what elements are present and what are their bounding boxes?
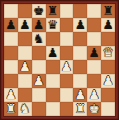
square-g3[interactable]	[87, 74, 101, 88]
black-piece-r: ♜	[47, 4, 58, 17]
square-e1[interactable]	[60, 102, 74, 116]
square-a3[interactable]	[4, 74, 18, 88]
square-c7[interactable]: ♟	[32, 18, 46, 32]
square-b5[interactable]	[18, 46, 32, 60]
square-f6[interactable]	[73, 32, 87, 46]
square-c4[interactable]	[32, 60, 46, 74]
square-b7[interactable]: ♟	[18, 18, 32, 32]
square-a1[interactable]: ♜	[4, 102, 18, 116]
square-d6[interactable]	[46, 32, 60, 46]
black-piece-p: ♟	[5, 18, 16, 31]
square-h2[interactable]	[101, 88, 115, 102]
square-a2[interactable]: ♟	[4, 88, 18, 102]
square-d7[interactable]: ♛	[46, 18, 60, 32]
white-piece-p: ♟	[75, 88, 86, 101]
square-a6[interactable]	[4, 32, 18, 46]
square-c6[interactable]: ♞	[32, 32, 46, 46]
white-piece-q: ♛	[102, 46, 113, 59]
square-e8[interactable]	[60, 4, 74, 18]
square-f3[interactable]	[73, 74, 87, 88]
square-d3[interactable]	[46, 74, 60, 88]
black-piece-p: ♟	[19, 18, 30, 31]
square-d4[interactable]	[46, 60, 60, 74]
black-piece-p: ♟	[47, 46, 58, 59]
square-a7[interactable]: ♟	[4, 18, 18, 32]
black-piece-k: ♚	[33, 4, 44, 17]
square-b8[interactable]	[18, 4, 32, 18]
square-g6[interactable]	[87, 32, 101, 46]
square-h5[interactable]: ♛	[101, 46, 115, 60]
square-e7[interactable]	[60, 18, 74, 32]
square-g7[interactable]	[87, 18, 101, 32]
square-h8[interactable]: ♜	[101, 4, 115, 18]
square-c5[interactable]	[32, 46, 46, 60]
white-piece-p: ♟	[89, 88, 100, 101]
white-piece-n: ♞	[19, 102, 30, 115]
chess-board: ♚♜♜♟♟♟♛♟♟♞♟♟♛♟♟♟♟♟♟♟♜♞♜♚	[4, 4, 115, 116]
square-a5[interactable]	[4, 46, 18, 60]
square-e5[interactable]	[60, 46, 74, 60]
square-e4[interactable]: ♟	[60, 60, 74, 74]
square-b3[interactable]	[18, 74, 32, 88]
square-g1[interactable]: ♚	[87, 102, 101, 116]
black-piece-p: ♟	[75, 18, 86, 31]
square-f8[interactable]	[73, 4, 87, 18]
square-f5[interactable]	[73, 46, 87, 60]
square-c2[interactable]	[32, 88, 46, 102]
square-e3[interactable]	[60, 74, 74, 88]
board-frame: ♚♜♜♟♟♟♛♟♟♞♟♟♛♟♟♟♟♟♟♟♜♞♜♚	[0, 0, 119, 120]
square-d8[interactable]: ♜	[46, 4, 60, 18]
white-piece-r: ♜	[5, 102, 16, 115]
black-piece-p: ♟	[102, 18, 113, 31]
square-b1[interactable]: ♞	[18, 102, 32, 116]
square-g4[interactable]	[87, 60, 101, 74]
square-f2[interactable]: ♟	[73, 88, 87, 102]
square-f4[interactable]	[73, 60, 87, 74]
square-g8[interactable]	[87, 4, 101, 18]
white-piece-p: ♟	[5, 88, 16, 101]
black-piece-q: ♛	[47, 18, 58, 31]
square-c8[interactable]: ♚	[32, 4, 46, 18]
square-g2[interactable]: ♟	[87, 88, 101, 102]
square-h6[interactable]	[101, 32, 115, 46]
square-h3[interactable]: ♟	[101, 74, 115, 88]
square-a8[interactable]	[4, 4, 18, 18]
square-f1[interactable]: ♜	[73, 102, 87, 116]
square-e2[interactable]	[60, 88, 74, 102]
black-piece-r: ♜	[102, 4, 113, 17]
square-b2[interactable]	[18, 88, 32, 102]
square-g5[interactable]: ♟	[87, 46, 101, 60]
square-d5[interactable]: ♟	[46, 46, 60, 60]
black-piece-p: ♟	[89, 46, 100, 59]
white-piece-p: ♟	[61, 60, 72, 73]
black-piece-p: ♟	[33, 18, 44, 31]
square-h4[interactable]	[101, 60, 115, 74]
white-piece-p: ♟	[19, 60, 30, 73]
square-e6[interactable]	[60, 32, 74, 46]
white-piece-r: ♜	[75, 102, 86, 115]
square-h1[interactable]	[101, 102, 115, 116]
square-d1[interactable]	[46, 102, 60, 116]
square-h7[interactable]: ♟	[101, 18, 115, 32]
white-piece-k: ♚	[89, 102, 100, 115]
square-c1[interactable]	[32, 102, 46, 116]
black-piece-n: ♞	[33, 32, 44, 45]
square-a4[interactable]	[4, 60, 18, 74]
white-piece-p: ♟	[102, 74, 113, 87]
white-piece-p: ♟	[33, 74, 44, 87]
square-f7[interactable]: ♟	[73, 18, 87, 32]
square-d2[interactable]	[46, 88, 60, 102]
square-c3[interactable]: ♟	[32, 74, 46, 88]
square-b4[interactable]: ♟	[18, 60, 32, 74]
square-b6[interactable]	[18, 32, 32, 46]
